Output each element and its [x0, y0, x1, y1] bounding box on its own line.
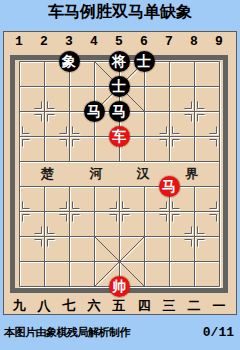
- file-label-bottom-3: 七: [57, 297, 81, 315]
- page-title: 车马例胜双马单缺象: [0, 2, 240, 22]
- file-label-bottom-8: 二: [182, 297, 206, 315]
- piece-black-elephant[interactable]: 象: [59, 51, 80, 72]
- board-panel: 123456789 楚河汉界 象将士士马马车马帅 九八七六五四三二一: [3, 31, 237, 315]
- pieces-layer: 象将士士马马车马帅: [7, 49, 232, 299]
- move-counter: 0/11: [203, 325, 234, 340]
- file-label-bottom-5: 五: [107, 297, 131, 315]
- footer-bar: 本图片由象棋残局解析制作 0/11: [4, 322, 234, 342]
- file-label-bottom-9: 一: [207, 297, 231, 315]
- credit-caption: 本图片由象棋残局解析制作: [4, 325, 130, 340]
- file-label-bottom-7: 三: [157, 297, 181, 315]
- file-label-bottom-2: 八: [32, 297, 56, 315]
- file-label-bottom-6: 四: [132, 297, 156, 315]
- piece-black-advisor[interactable]: 士: [109, 76, 130, 97]
- piece-black-advisor[interactable]: 士: [134, 51, 155, 72]
- piece-red-general[interactable]: 帅: [109, 276, 130, 297]
- piece-black-horse[interactable]: 马: [109, 101, 130, 122]
- file-label-bottom-1: 九: [7, 297, 31, 315]
- piece-red-horse[interactable]: 马: [159, 176, 180, 197]
- file-label-bottom-4: 六: [82, 297, 106, 315]
- piece-red-chariot[interactable]: 车: [109, 126, 130, 147]
- piece-black-general[interactable]: 将: [109, 51, 130, 72]
- piece-black-horse[interactable]: 马: [84, 101, 105, 122]
